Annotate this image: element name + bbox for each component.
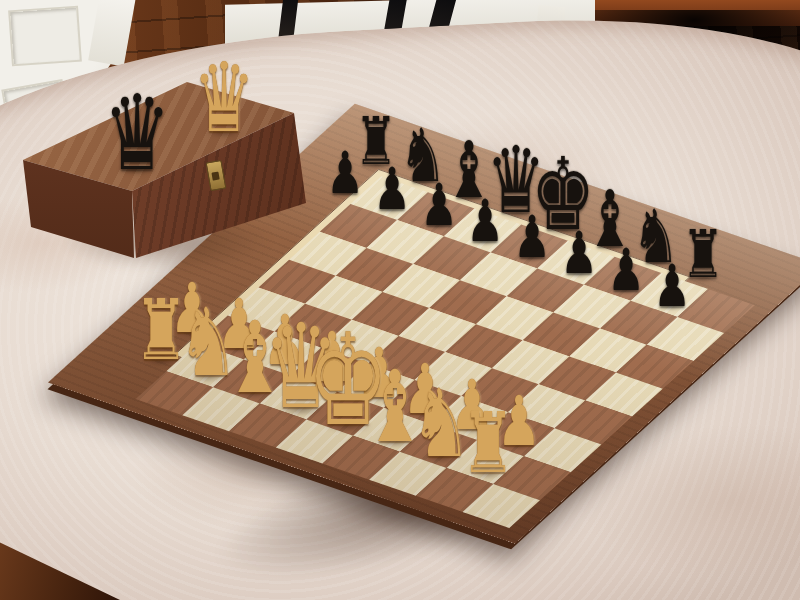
black-pawn-a7[interactable]: ♟ — [327, 144, 365, 202]
spare-black-queen[interactable]: ♛ — [103, 81, 170, 185]
black-pawn-d7[interactable]: ♟ — [467, 192, 505, 250]
black-pawn-h7[interactable]: ♟ — [653, 257, 691, 315]
black-pawn-b7[interactable]: ♟ — [373, 160, 411, 218]
white-rook-h1[interactable]: ♜ — [461, 402, 515, 486]
spare-white-queen[interactable]: ♛ — [193, 50, 255, 146]
black-pawn-g7[interactable]: ♟ — [607, 241, 645, 299]
pieces-layer: ♜♞♝♛♚♝♞♜♟♟♟♟♟♟♟♟♟♟♟♟♟♟♟♟♜♞♝♛♚♝♞♜♛♛ — [0, 0, 800, 600]
black-pawn-f7[interactable]: ♟ — [560, 224, 598, 282]
black-pawn-c7[interactable]: ♟ — [420, 176, 458, 234]
black-pawn-e7[interactable]: ♟ — [513, 208, 551, 266]
